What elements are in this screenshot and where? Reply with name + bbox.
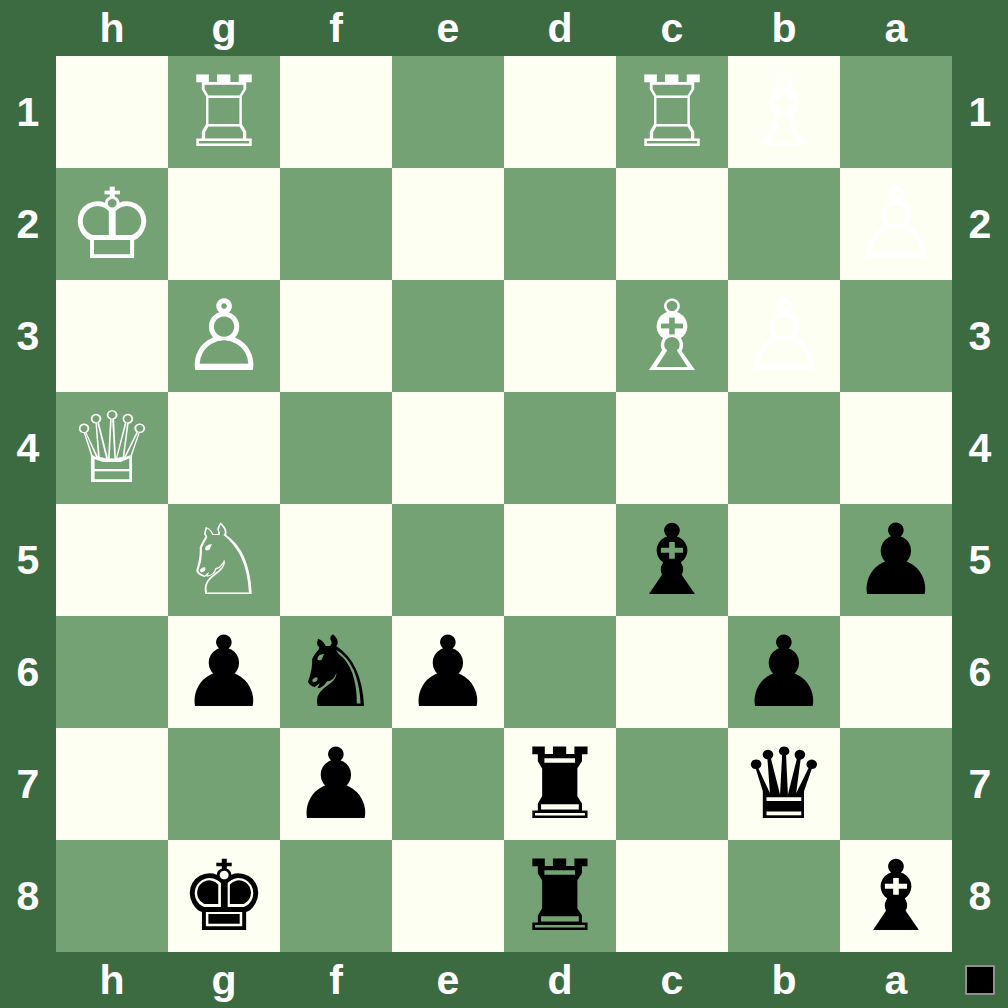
square-c4[interactable] (616, 392, 728, 504)
square-d6[interactable] (504, 616, 616, 728)
piece-white-king[interactable]: ♔ (68, 175, 156, 273)
square-e3[interactable] (392, 280, 504, 392)
square-b8[interactable] (728, 840, 840, 952)
square-d4[interactable] (504, 392, 616, 504)
square-a2[interactable]: ♙ (840, 168, 952, 280)
chess-board: ♖♖♗♔♙♙♗♙♕♘♝♟♟♞♟♟♟♜♛♚♜♝ (56, 56, 952, 952)
square-b3[interactable]: ♙ (728, 280, 840, 392)
piece-white-rook[interactable]: ♖ (180, 63, 268, 161)
square-g2[interactable] (168, 168, 280, 280)
square-h7[interactable] (56, 728, 168, 840)
square-f8[interactable] (280, 840, 392, 952)
square-a5[interactable]: ♟ (840, 504, 952, 616)
square-c2[interactable] (616, 168, 728, 280)
square-d2[interactable] (504, 168, 616, 280)
square-e1[interactable] (392, 56, 504, 168)
square-a8[interactable]: ♝ (840, 840, 952, 952)
square-h2[interactable]: ♔ (56, 168, 168, 280)
square-c7[interactable] (616, 728, 728, 840)
square-f6[interactable]: ♞ (280, 616, 392, 728)
piece-white-knight[interactable]: ♘ (180, 511, 268, 609)
square-b7[interactable]: ♛ (728, 728, 840, 840)
piece-black-knight[interactable]: ♞ (292, 623, 380, 721)
square-g8[interactable]: ♚ (168, 840, 280, 952)
square-e4[interactable] (392, 392, 504, 504)
square-h6[interactable] (56, 616, 168, 728)
square-a1[interactable] (840, 56, 952, 168)
piece-black-king[interactable]: ♚ (180, 847, 268, 945)
square-g1[interactable]: ♖ (168, 56, 280, 168)
square-h8[interactable] (56, 840, 168, 952)
piece-white-pawn[interactable]: ♙ (852, 175, 940, 273)
square-c1[interactable]: ♖ (616, 56, 728, 168)
piece-black-pawn[interactable]: ♟ (404, 623, 492, 721)
square-g4[interactable] (168, 392, 280, 504)
square-a3[interactable] (840, 280, 952, 392)
square-g5[interactable]: ♘ (168, 504, 280, 616)
square-b6[interactable]: ♟ (728, 616, 840, 728)
square-d7[interactable]: ♜ (504, 728, 616, 840)
piece-white-pawn[interactable]: ♙ (180, 287, 268, 385)
square-f4[interactable] (280, 392, 392, 504)
piece-black-bishop[interactable]: ♝ (852, 847, 940, 945)
square-b4[interactable] (728, 392, 840, 504)
square-d8[interactable]: ♜ (504, 840, 616, 952)
chess-diagram: hgfedcba 12345678 12345678 hgfedcba ♖♖♗♔… (0, 0, 1008, 1008)
piece-black-pawn[interactable]: ♟ (180, 623, 268, 721)
piece-white-rook[interactable]: ♖ (628, 63, 716, 161)
square-g6[interactable]: ♟ (168, 616, 280, 728)
square-h5[interactable] (56, 504, 168, 616)
square-b5[interactable] (728, 504, 840, 616)
square-e5[interactable] (392, 504, 504, 616)
black-to-move-indicator (965, 965, 995, 995)
square-d1[interactable] (504, 56, 616, 168)
square-h4[interactable]: ♕ (56, 392, 168, 504)
square-c5[interactable]: ♝ (616, 504, 728, 616)
square-e7[interactable] (392, 728, 504, 840)
square-f5[interactable] (280, 504, 392, 616)
square-c6[interactable] (616, 616, 728, 728)
square-e2[interactable] (392, 168, 504, 280)
piece-white-bishop[interactable]: ♗ (740, 63, 828, 161)
piece-black-rook[interactable]: ♜ (516, 735, 604, 833)
piece-black-pawn[interactable]: ♟ (852, 511, 940, 609)
square-a6[interactable] (840, 616, 952, 728)
piece-black-queen[interactable]: ♛ (740, 735, 828, 833)
square-f3[interactable] (280, 280, 392, 392)
square-h3[interactable] (56, 280, 168, 392)
piece-white-queen[interactable]: ♕ (68, 399, 156, 497)
square-e6[interactable]: ♟ (392, 616, 504, 728)
square-h1[interactable] (56, 56, 168, 168)
square-c8[interactable] (616, 840, 728, 952)
square-f7[interactable]: ♟ (280, 728, 392, 840)
square-g7[interactable] (168, 728, 280, 840)
piece-black-pawn[interactable]: ♟ (740, 623, 828, 721)
square-b2[interactable] (728, 168, 840, 280)
piece-black-bishop[interactable]: ♝ (628, 511, 716, 609)
square-d3[interactable] (504, 280, 616, 392)
square-b1[interactable]: ♗ (728, 56, 840, 168)
square-d5[interactable] (504, 504, 616, 616)
square-f2[interactable] (280, 168, 392, 280)
square-e8[interactable] (392, 840, 504, 952)
piece-white-bishop[interactable]: ♗ (628, 287, 716, 385)
square-g3[interactable]: ♙ (168, 280, 280, 392)
square-a4[interactable] (840, 392, 952, 504)
square-f1[interactable] (280, 56, 392, 168)
square-a7[interactable] (840, 728, 952, 840)
piece-black-rook[interactable]: ♜ (516, 847, 604, 945)
piece-white-pawn[interactable]: ♙ (740, 287, 828, 385)
piece-black-pawn[interactable]: ♟ (292, 735, 380, 833)
square-c3[interactable]: ♗ (616, 280, 728, 392)
